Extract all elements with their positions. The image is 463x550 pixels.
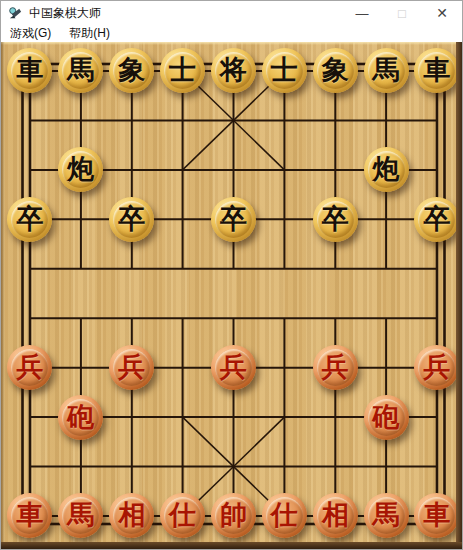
- board-point-g4[interactable]: 兵: [310, 343, 361, 392]
- board-point-e8[interactable]: [208, 145, 259, 194]
- board-point-d1[interactable]: 仕: [157, 491, 208, 540]
- board-point-e5[interactable]: [208, 293, 259, 342]
- board-point-f1[interactable]: 仕: [259, 491, 310, 540]
- piece-red-chariot[interactable]: 車: [7, 493, 52, 538]
- piece-glyph: 砲: [373, 404, 400, 431]
- board-point-h7[interactable]: [361, 195, 412, 244]
- piece-glyph: 馬: [373, 57, 400, 84]
- board-point-b4[interactable]: [55, 343, 106, 392]
- board-point-i5[interactable]: [412, 293, 463, 342]
- piece-red-soldier[interactable]: 兵: [211, 345, 256, 390]
- piece-red-horse[interactable]: 馬: [58, 493, 103, 538]
- app-window: 中国象棋大师 — □ ✕ 游戏(G) 帮助(H) 車馬象士将士象馬車炮炮卒卒卒卒…: [0, 0, 463, 550]
- piece-black-chariot[interactable]: 車: [7, 48, 52, 93]
- piece-glyph: 卒: [220, 206, 247, 233]
- piece-glyph: 卒: [118, 206, 145, 233]
- piece-glyph: 象: [322, 57, 349, 84]
- piece-black-horse[interactable]: 馬: [364, 48, 409, 93]
- piece-glyph: 仕: [271, 502, 298, 529]
- piece-glyph: 卒: [16, 206, 43, 233]
- piece-black-soldier[interactable]: 卒: [414, 197, 459, 242]
- board-point-c10[interactable]: 象: [106, 46, 157, 95]
- board-point-a2[interactable]: [5, 442, 56, 491]
- piece-glyph: 車: [423, 502, 450, 529]
- board-point-b8[interactable]: 炮: [55, 145, 106, 194]
- board-point-f8[interactable]: [259, 145, 310, 194]
- menu-bar: 游戏(G) 帮助(H): [1, 25, 462, 42]
- board-point-d9[interactable]: [157, 96, 208, 145]
- board-point-f3[interactable]: [259, 392, 310, 441]
- piece-glyph: 卒: [322, 206, 349, 233]
- piece-red-elephant[interactable]: 相: [109, 493, 154, 538]
- board-point-i9[interactable]: [412, 96, 463, 145]
- piece-glyph: 兵: [322, 354, 349, 381]
- board-point-b7[interactable]: [55, 195, 106, 244]
- board-point-a6[interactable]: [5, 244, 56, 293]
- piece-black-advisor[interactable]: 士: [160, 48, 205, 93]
- board-point-g7[interactable]: 卒: [310, 195, 361, 244]
- piece-black-general[interactable]: 将: [211, 48, 256, 93]
- board-point-a9[interactable]: [5, 96, 56, 145]
- board-point-f9[interactable]: [259, 96, 310, 145]
- board-point-f5[interactable]: [259, 293, 310, 342]
- board-point-f7[interactable]: [259, 195, 310, 244]
- board-point-e4[interactable]: 兵: [208, 343, 259, 392]
- board-point-e2[interactable]: [208, 442, 259, 491]
- board-point-i3[interactable]: [412, 392, 463, 441]
- board-point-g6[interactable]: [310, 244, 361, 293]
- board-point-c6[interactable]: [106, 244, 157, 293]
- piece-red-cannon[interactable]: 砲: [364, 395, 409, 440]
- board-point-c8[interactable]: [106, 145, 157, 194]
- piece-glyph: 兵: [423, 354, 450, 381]
- board-point-f2[interactable]: [259, 442, 310, 491]
- board-point-b10[interactable]: 馬: [55, 46, 106, 95]
- board-point-e3[interactable]: [208, 392, 259, 441]
- board-point-i4[interactable]: 兵: [412, 343, 463, 392]
- piece-glyph: 相: [118, 502, 145, 529]
- board-point-g2[interactable]: [310, 442, 361, 491]
- piece-glyph: 将: [220, 57, 247, 84]
- board-points-grid: 車馬象士将士象馬車炮炮卒卒卒卒卒兵兵兵兵兵砲砲車馬相仕帥仕相馬車: [5, 46, 463, 540]
- piece-glyph: 帥: [220, 502, 247, 529]
- piece-glyph: 士: [169, 57, 196, 84]
- board-point-g9[interactable]: [310, 96, 361, 145]
- board-point-a7[interactable]: 卒: [5, 195, 56, 244]
- board-point-c5[interactable]: [106, 293, 157, 342]
- piece-glyph: 車: [423, 57, 450, 84]
- piece-glyph: 兵: [118, 354, 145, 381]
- board-point-c9[interactable]: [106, 96, 157, 145]
- board-point-g8[interactable]: [310, 145, 361, 194]
- board-point-a4[interactable]: 兵: [5, 343, 56, 392]
- board-point-a3[interactable]: [5, 392, 56, 441]
- piece-glyph: 象: [118, 57, 145, 84]
- board-point-a5[interactable]: [5, 293, 56, 342]
- board-point-b3[interactable]: 砲: [55, 392, 106, 441]
- board-point-h10[interactable]: 馬: [361, 46, 412, 95]
- piece-glyph: 相: [322, 502, 349, 529]
- board-point-f4[interactable]: [259, 343, 310, 392]
- board-point-b5[interactable]: [55, 293, 106, 342]
- board-point-c2[interactable]: [106, 442, 157, 491]
- board-point-i7[interactable]: 卒: [412, 195, 463, 244]
- board-point-d10[interactable]: 士: [157, 46, 208, 95]
- window-title: 中国象棋大师: [29, 5, 101, 22]
- piece-glyph: 卒: [423, 206, 450, 233]
- piece-black-cannon[interactable]: 炮: [364, 147, 409, 192]
- board-point-b9[interactable]: [55, 96, 106, 145]
- piece-red-soldier[interactable]: 兵: [7, 345, 52, 390]
- piece-glyph: 仕: [169, 502, 196, 529]
- piece-black-soldier[interactable]: 卒: [211, 197, 256, 242]
- board-point-e9[interactable]: [208, 96, 259, 145]
- board-point-h4[interactable]: [361, 343, 412, 392]
- piece-red-soldier[interactable]: 兵: [414, 345, 459, 390]
- board-point-g3[interactable]: [310, 392, 361, 441]
- piece-glyph: 馬: [67, 502, 94, 529]
- board-point-d3[interactable]: [157, 392, 208, 441]
- board-point-h8[interactable]: 炮: [361, 145, 412, 194]
- board-point-f6[interactable]: [259, 244, 310, 293]
- maximize-button[interactable]: □: [382, 1, 422, 25]
- piece-red-cannon[interactable]: 砲: [58, 395, 103, 440]
- minimize-button[interactable]: —: [342, 1, 382, 25]
- piece-black-soldier[interactable]: 卒: [109, 197, 154, 242]
- board-point-e6[interactable]: [208, 244, 259, 293]
- board-point-c3[interactable]: [106, 392, 157, 441]
- board-point-h1[interactable]: 馬: [361, 491, 412, 540]
- piece-glyph: 馬: [67, 57, 94, 84]
- piece-black-horse[interactable]: 馬: [58, 48, 103, 93]
- board-point-e10[interactable]: 将: [208, 46, 259, 95]
- board-edge-right-shade: [456, 42, 463, 550]
- board-point-g10[interactable]: 象: [310, 46, 361, 95]
- piece-red-advisor[interactable]: 仕: [160, 493, 205, 538]
- board-point-a1[interactable]: 車: [5, 491, 56, 540]
- piece-glyph: 兵: [220, 354, 247, 381]
- board-point-g1[interactable]: 相: [310, 491, 361, 540]
- piece-red-chariot[interactable]: 車: [414, 493, 459, 538]
- piece-glyph: 馬: [373, 502, 400, 529]
- board-point-i1[interactable]: 車: [412, 491, 463, 540]
- board-point-c1[interactable]: 相: [106, 491, 157, 540]
- board-point-i6[interactable]: [412, 244, 463, 293]
- board-point-h2[interactable]: [361, 442, 412, 491]
- board-point-h9[interactable]: [361, 96, 412, 145]
- title-bar[interactable]: 中国象棋大师 — □ ✕: [1, 1, 462, 25]
- board-point-a8[interactable]: [5, 145, 56, 194]
- piece-black-advisor[interactable]: 士: [262, 48, 307, 93]
- piece-red-general[interactable]: 帥: [211, 493, 256, 538]
- piece-red-horse[interactable]: 馬: [364, 493, 409, 538]
- app-icon: [8, 6, 23, 21]
- piece-red-advisor[interactable]: 仕: [262, 493, 307, 538]
- piece-red-soldier[interactable]: 兵: [313, 345, 358, 390]
- board-point-f10[interactable]: 士: [259, 46, 310, 95]
- board-point-d2[interactable]: [157, 442, 208, 491]
- board-point-b2[interactable]: [55, 442, 106, 491]
- board-point-g5[interactable]: [310, 293, 361, 342]
- menu-help[interactable]: 帮助(H): [60, 25, 119, 42]
- piece-glyph: 車: [16, 502, 43, 529]
- board-point-d8[interactable]: [157, 145, 208, 194]
- board-point-a10[interactable]: 車: [5, 46, 56, 95]
- board-point-e7[interactable]: 卒: [208, 195, 259, 244]
- board-point-i8[interactable]: [412, 145, 463, 194]
- board-point-c4[interactable]: 兵: [106, 343, 157, 392]
- piece-red-elephant[interactable]: 相: [313, 493, 358, 538]
- board-edge-bottom-shade: [1, 542, 463, 550]
- piece-black-cannon[interactable]: 炮: [58, 147, 103, 192]
- board-point-i10[interactable]: 車: [412, 46, 463, 95]
- board-point-d7[interactable]: [157, 195, 208, 244]
- board-point-d6[interactable]: [157, 244, 208, 293]
- piece-black-elephant[interactable]: 象: [313, 48, 358, 93]
- piece-glyph: 砲: [67, 404, 94, 431]
- piece-black-soldier[interactable]: 卒: [313, 197, 358, 242]
- piece-glyph: 炮: [373, 156, 400, 183]
- board-point-e1[interactable]: 帥: [208, 491, 259, 540]
- board-point-i2[interactable]: [412, 442, 463, 491]
- piece-glyph: 車: [16, 57, 43, 84]
- piece-glyph: 士: [271, 57, 298, 84]
- board-point-d4[interactable]: [157, 343, 208, 392]
- board-point-h3[interactable]: 砲: [361, 392, 412, 441]
- menu-game[interactable]: 游戏(G): [1, 25, 60, 42]
- piece-black-soldier[interactable]: 卒: [7, 197, 52, 242]
- close-button[interactable]: ✕: [422, 1, 462, 25]
- piece-glyph: 炮: [67, 156, 94, 183]
- board-point-b6[interactable]: [55, 244, 106, 293]
- board-point-d5[interactable]: [157, 293, 208, 342]
- piece-black-elephant[interactable]: 象: [109, 48, 154, 93]
- piece-red-soldier[interactable]: 兵: [109, 345, 154, 390]
- board-point-c7[interactable]: 卒: [106, 195, 157, 244]
- piece-glyph: 兵: [16, 354, 43, 381]
- board-point-b1[interactable]: 馬: [55, 491, 106, 540]
- board-point-h5[interactable]: [361, 293, 412, 342]
- piece-black-chariot[interactable]: 車: [414, 48, 459, 93]
- board-point-h6[interactable]: [361, 244, 412, 293]
- xiangqi-board: 車馬象士将士象馬車炮炮卒卒卒卒卒兵兵兵兵兵砲砲車馬相仕帥仕相馬車: [1, 42, 463, 550]
